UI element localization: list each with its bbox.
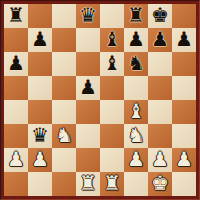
square-d4[interactable] (76, 100, 100, 124)
square-g8[interactable]: ♚ (148, 4, 172, 28)
square-c3[interactable]: ♞ (52, 124, 76, 148)
square-e1[interactable]: ♜ (100, 172, 124, 196)
square-e8[interactable] (100, 4, 124, 28)
piece-black-pawn[interactable]: ♟ (127, 27, 145, 51)
square-f3[interactable]: ♞ (124, 124, 148, 148)
square-g3[interactable] (148, 124, 172, 148)
square-b6[interactable] (28, 52, 52, 76)
piece-white-bishop[interactable]: ♝ (127, 99, 145, 123)
piece-white-pawn[interactable]: ♟ (151, 147, 169, 171)
piece-black-rook[interactable]: ♜ (127, 3, 145, 27)
square-a7[interactable] (4, 28, 28, 52)
square-b5[interactable] (28, 76, 52, 100)
square-e4[interactable] (100, 100, 124, 124)
piece-white-knight[interactable]: ♞ (55, 123, 73, 147)
square-d7[interactable] (76, 28, 100, 52)
piece-white-pawn[interactable]: ♟ (175, 147, 193, 171)
square-g7[interactable]: ♟ (148, 28, 172, 52)
square-h5[interactable] (172, 76, 196, 100)
square-f1[interactable] (124, 172, 148, 196)
square-g5[interactable] (148, 76, 172, 100)
square-c4[interactable] (52, 100, 76, 124)
square-h8[interactable] (172, 4, 196, 28)
square-c5[interactable] (52, 76, 76, 100)
square-b8[interactable] (28, 4, 52, 28)
piece-black-knight[interactable]: ♞ (127, 51, 145, 75)
square-h7[interactable]: ♟ (172, 28, 196, 52)
piece-black-bishop[interactable]: ♝ (103, 51, 121, 75)
square-d5[interactable]: ♟ (76, 76, 100, 100)
square-e5[interactable] (100, 76, 124, 100)
square-b1[interactable] (28, 172, 52, 196)
square-d2[interactable] (76, 148, 100, 172)
square-e7[interactable]: ♝ (100, 28, 124, 52)
square-c6[interactable] (52, 52, 76, 76)
square-g2[interactable]: ♟ (148, 148, 172, 172)
piece-white-pawn[interactable]: ♟ (31, 147, 49, 171)
square-b2[interactable]: ♟ (28, 148, 52, 172)
square-d6[interactable] (76, 52, 100, 76)
square-b7[interactable]: ♟ (28, 28, 52, 52)
chess-board: ♜♛♜♚♟♝♟♟♟♟♝♞♟♝♛♞♞♟♟♟♟♟♜♜♚ (4, 4, 196, 196)
piece-white-rook[interactable]: ♜ (79, 171, 97, 195)
square-b3[interactable]: ♛ (28, 124, 52, 148)
chess-board-frame: ♜♛♜♚♟♝♟♟♟♟♝♞♟♝♛♞♞♟♟♟♟♟♜♜♚ (0, 0, 200, 200)
square-a4[interactable] (4, 100, 28, 124)
square-f8[interactable]: ♜ (124, 4, 148, 28)
square-c7[interactable] (52, 28, 76, 52)
square-h6[interactable] (172, 52, 196, 76)
square-f4[interactable]: ♝ (124, 100, 148, 124)
piece-black-king[interactable]: ♚ (151, 3, 169, 27)
square-f2[interactable]: ♟ (124, 148, 148, 172)
square-a6[interactable]: ♟ (4, 52, 28, 76)
square-g1[interactable]: ♚ (148, 172, 172, 196)
piece-black-bishop[interactable]: ♝ (103, 27, 121, 51)
square-c1[interactable] (52, 172, 76, 196)
square-h3[interactable] (172, 124, 196, 148)
piece-black-pawn[interactable]: ♟ (175, 27, 193, 51)
square-g4[interactable] (148, 100, 172, 124)
square-a2[interactable]: ♟ (4, 148, 28, 172)
square-c2[interactable] (52, 148, 76, 172)
square-e6[interactable]: ♝ (100, 52, 124, 76)
square-d1[interactable]: ♜ (76, 172, 100, 196)
square-d8[interactable]: ♛ (76, 4, 100, 28)
square-f6[interactable]: ♞ (124, 52, 148, 76)
square-e3[interactable] (100, 124, 124, 148)
square-b4[interactable] (28, 100, 52, 124)
square-e2[interactable] (100, 148, 124, 172)
square-f7[interactable]: ♟ (124, 28, 148, 52)
square-a5[interactable] (4, 76, 28, 100)
square-a8[interactable]: ♜ (4, 4, 28, 28)
piece-white-knight[interactable]: ♞ (127, 123, 145, 147)
piece-black-pawn[interactable]: ♟ (79, 75, 97, 99)
square-h4[interactable] (172, 100, 196, 124)
piece-white-rook[interactable]: ♜ (103, 171, 121, 195)
square-c8[interactable] (52, 4, 76, 28)
piece-black-rook[interactable]: ♜ (7, 3, 25, 27)
square-g6[interactable] (148, 52, 172, 76)
piece-black-pawn[interactable]: ♟ (7, 51, 25, 75)
piece-white-king[interactable]: ♚ (151, 171, 169, 195)
piece-black-pawn[interactable]: ♟ (151, 27, 169, 51)
piece-white-pawn[interactable]: ♟ (7, 147, 25, 171)
square-a1[interactable] (4, 172, 28, 196)
square-h2[interactable]: ♟ (172, 148, 196, 172)
piece-black-queen[interactable]: ♛ (79, 3, 97, 27)
piece-black-queen[interactable]: ♛ (31, 123, 49, 147)
piece-black-pawn[interactable]: ♟ (31, 27, 49, 51)
square-f5[interactable] (124, 76, 148, 100)
square-h1[interactable] (172, 172, 196, 196)
square-a3[interactable] (4, 124, 28, 148)
square-d3[interactable] (76, 124, 100, 148)
piece-white-pawn[interactable]: ♟ (127, 147, 145, 171)
